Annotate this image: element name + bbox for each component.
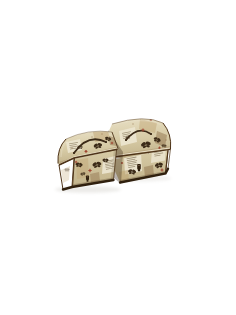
small-box-left-end-decor	[61, 166, 70, 183]
product-photo-stage	[0, 0, 236, 315]
product-photo	[0, 0, 236, 315]
small-box	[58, 131, 118, 190]
